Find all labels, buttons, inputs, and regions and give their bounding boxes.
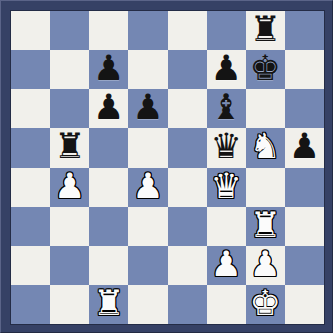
square-e4[interactable] [168, 168, 207, 207]
square-f6[interactable]: ♝ [207, 89, 246, 128]
white-queen-f4[interactable]: ♛ [210, 168, 241, 206]
black-bishop-f6[interactable]: ♝ [210, 89, 241, 127]
chess-board: ♜♟♟♚♟♟♝♜♛♞♟♟♟♛♜♟♟♜♚ [11, 11, 324, 324]
square-a5[interactable] [11, 128, 50, 167]
square-d2[interactable] [128, 246, 167, 285]
square-b4[interactable]: ♟ [50, 168, 89, 207]
square-h1[interactable] [285, 285, 324, 324]
black-queen-f5[interactable]: ♛ [210, 128, 241, 166]
square-f8[interactable] [207, 11, 246, 50]
square-e5[interactable] [168, 128, 207, 167]
square-c6[interactable]: ♟ [89, 89, 128, 128]
square-e3[interactable] [168, 207, 207, 246]
square-d8[interactable] [128, 11, 167, 50]
square-e8[interactable] [168, 11, 207, 50]
square-f7[interactable]: ♟ [207, 50, 246, 89]
square-b6[interactable] [50, 89, 89, 128]
square-c5[interactable] [89, 128, 128, 167]
square-a6[interactable] [11, 89, 50, 128]
square-d6[interactable]: ♟ [128, 89, 167, 128]
square-h6[interactable] [285, 89, 324, 128]
square-d1[interactable] [128, 285, 167, 324]
square-h4[interactable] [285, 168, 324, 207]
white-pawn-b4[interactable]: ♟ [54, 168, 85, 206]
square-g1[interactable]: ♚ [246, 285, 285, 324]
square-h3[interactable] [285, 207, 324, 246]
square-c4[interactable] [89, 168, 128, 207]
white-pawn-d4[interactable]: ♟ [132, 168, 163, 206]
white-rook-g3[interactable]: ♜ [250, 207, 281, 245]
square-a1[interactable] [11, 285, 50, 324]
black-pawn-c6[interactable]: ♟ [93, 89, 124, 127]
square-c7[interactable]: ♟ [89, 50, 128, 89]
square-b5[interactable]: ♜ [50, 128, 89, 167]
square-c8[interactable] [89, 11, 128, 50]
square-b8[interactable] [50, 11, 89, 50]
square-b7[interactable] [50, 50, 89, 89]
square-f5[interactable]: ♛ [207, 128, 246, 167]
square-f1[interactable] [207, 285, 246, 324]
black-pawn-c7[interactable]: ♟ [93, 50, 124, 88]
black-rook-b5[interactable]: ♜ [54, 128, 85, 166]
square-f4[interactable]: ♛ [207, 168, 246, 207]
black-rook-g8[interactable]: ♜ [250, 11, 281, 49]
square-h7[interactable] [285, 50, 324, 89]
square-e7[interactable] [168, 50, 207, 89]
black-king-g7[interactable]: ♚ [250, 50, 281, 88]
square-d3[interactable] [128, 207, 167, 246]
square-g3[interactable]: ♜ [246, 207, 285, 246]
square-a2[interactable] [11, 246, 50, 285]
square-b2[interactable] [50, 246, 89, 285]
square-d5[interactable] [128, 128, 167, 167]
square-h2[interactable] [285, 246, 324, 285]
black-pawn-f7[interactable]: ♟ [210, 50, 241, 88]
square-c1[interactable]: ♜ [89, 285, 128, 324]
square-c2[interactable] [89, 246, 128, 285]
square-g5[interactable]: ♞ [246, 128, 285, 167]
square-h8[interactable] [285, 11, 324, 50]
square-a3[interactable] [11, 207, 50, 246]
square-g2[interactable]: ♟ [246, 246, 285, 285]
white-rook-c1[interactable]: ♜ [93, 285, 124, 323]
square-e1[interactable] [168, 285, 207, 324]
square-g7[interactable]: ♚ [246, 50, 285, 89]
square-d4[interactable]: ♟ [128, 168, 167, 207]
white-pawn-g2[interactable]: ♟ [250, 246, 281, 284]
square-a4[interactable] [11, 168, 50, 207]
square-f3[interactable] [207, 207, 246, 246]
square-b1[interactable] [50, 285, 89, 324]
square-g8[interactable]: ♜ [246, 11, 285, 50]
square-b3[interactable] [50, 207, 89, 246]
black-pawn-d6[interactable]: ♟ [132, 89, 163, 127]
square-g4[interactable] [246, 168, 285, 207]
black-pawn-h5[interactable]: ♟ [289, 128, 320, 166]
square-a8[interactable] [11, 11, 50, 50]
square-f2[interactable]: ♟ [207, 246, 246, 285]
white-pawn-f2[interactable]: ♟ [210, 246, 241, 284]
square-d7[interactable] [128, 50, 167, 89]
square-c3[interactable] [89, 207, 128, 246]
square-h5[interactable]: ♟ [285, 128, 324, 167]
square-g6[interactable] [246, 89, 285, 128]
white-king-g1[interactable]: ♚ [250, 285, 281, 323]
white-knight-g5[interactable]: ♞ [250, 128, 281, 166]
square-e2[interactable] [168, 246, 207, 285]
square-a7[interactable] [11, 50, 50, 89]
square-e6[interactable] [168, 89, 207, 128]
chess-board-frame: ♜♟♟♚♟♟♝♜♛♞♟♟♟♛♜♟♟♜♚ [0, 0, 333, 333]
